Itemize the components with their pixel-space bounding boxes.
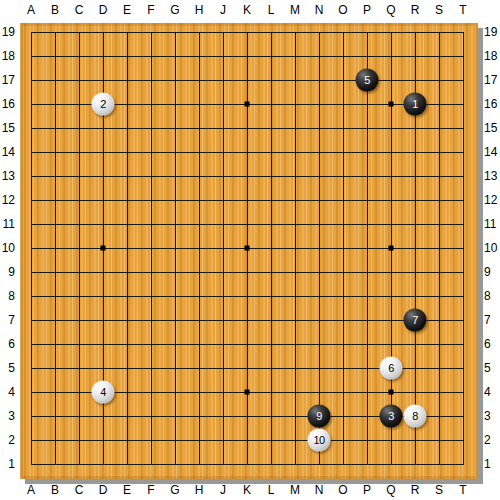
star-point-q4 (389, 390, 394, 395)
coord-label-bottom-r: R (405, 483, 425, 497)
coord-label-bottom-e: E (117, 483, 137, 497)
coord-label-bottom-s: S (429, 483, 449, 497)
coord-label-left-11: 11 (0, 217, 15, 231)
stone-number: 6 (388, 362, 394, 374)
coord-label-bottom-p: P (357, 483, 377, 497)
coord-label-bottom-f: F (141, 483, 161, 497)
coord-label-bottom-n: N (309, 483, 329, 497)
coord-label-top-p: P (357, 3, 377, 17)
coord-label-right-19: 19 (484, 25, 500, 39)
coord-label-left-12: 12 (0, 193, 15, 207)
coord-label-right-8: 8 (484, 289, 500, 303)
coord-label-top-q: Q (381, 3, 401, 17)
coord-label-top-e: E (117, 3, 137, 17)
coord-label-bottom-d: D (93, 483, 113, 497)
go-board: 12345678910 (20, 23, 478, 479)
coord-label-right-3: 3 (484, 409, 500, 423)
coord-label-right-1: 1 (484, 457, 500, 471)
coord-label-left-4: 4 (0, 385, 15, 399)
coord-label-bottom-q: Q (381, 483, 401, 497)
star-point-q16 (389, 102, 394, 107)
coord-label-bottom-b: B (45, 483, 65, 497)
coord-label-left-1: 1 (0, 457, 15, 471)
coord-label-top-k: K (237, 3, 257, 17)
coord-label-left-19: 19 (0, 25, 15, 39)
star-point-k4 (245, 390, 250, 395)
coord-label-top-r: R (405, 3, 425, 17)
stone-number: 7 (412, 314, 418, 326)
coord-label-bottom-h: H (189, 483, 209, 497)
stone-black-1: 1 (404, 93, 427, 116)
coord-label-top-g: G (165, 3, 185, 17)
coord-label-right-15: 15 (484, 121, 500, 135)
stone-number: 8 (412, 410, 418, 422)
coord-label-bottom-o: O (333, 483, 353, 497)
coord-label-left-9: 9 (0, 265, 15, 279)
coord-label-left-13: 13 (0, 169, 15, 183)
coord-label-bottom-l: L (261, 483, 281, 497)
stone-white-6: 6 (380, 357, 403, 380)
coord-label-left-7: 7 (0, 313, 15, 327)
grid-line-v (367, 32, 368, 465)
coord-label-right-6: 6 (484, 337, 500, 351)
coord-label-top-n: N (309, 3, 329, 17)
grid-line-h (31, 440, 464, 441)
coord-label-right-17: 17 (484, 73, 500, 87)
coord-label-top-f: F (141, 3, 161, 17)
coord-label-bottom-c: C (69, 483, 89, 497)
star-point-d10 (101, 246, 106, 251)
star-point-k10 (245, 246, 250, 251)
grid-line-h (31, 344, 464, 345)
grid-line-v (439, 32, 440, 465)
coord-label-top-a: A (21, 3, 41, 17)
coord-label-bottom-m: M (285, 483, 305, 497)
stone-number: 3 (388, 410, 394, 422)
star-point-q10 (389, 246, 394, 251)
coord-label-right-9: 9 (484, 265, 500, 279)
coord-label-top-o: O (333, 3, 353, 17)
coord-label-right-5: 5 (484, 361, 500, 375)
grid-line-v (295, 32, 296, 465)
coord-label-left-2: 2 (0, 433, 15, 447)
grid-line-v (271, 32, 272, 465)
grid-line-v (319, 32, 320, 465)
coord-label-top-s: S (429, 3, 449, 17)
coord-label-right-2: 2 (484, 433, 500, 447)
coord-label-top-b: B (45, 3, 65, 17)
star-point-k16 (245, 102, 250, 107)
stone-number: 10 (313, 434, 324, 446)
coord-label-left-3: 3 (0, 409, 15, 423)
coord-label-top-d: D (93, 3, 113, 17)
coord-label-bottom-t: T (453, 483, 473, 497)
grid-line-h (31, 296, 464, 297)
coord-label-top-t: T (453, 3, 473, 17)
stone-black-5: 5 (356, 69, 379, 92)
coord-label-top-m: M (285, 3, 305, 17)
stone-number: 1 (412, 98, 418, 110)
grid-line-v (343, 32, 344, 465)
coord-label-right-7: 7 (484, 313, 500, 327)
coord-label-bottom-g: G (165, 483, 185, 497)
coord-label-bottom-a: A (21, 483, 41, 497)
coord-label-right-4: 4 (484, 385, 500, 399)
coord-label-left-10: 10 (0, 241, 15, 255)
coord-label-left-15: 15 (0, 121, 15, 135)
stone-black-7: 7 (404, 309, 427, 332)
stone-white-2: 2 (92, 93, 115, 116)
coord-label-right-11: 11 (484, 217, 500, 231)
stone-number: 2 (100, 98, 106, 110)
grid-line-h (31, 320, 464, 321)
stone-white-10: 10 (308, 429, 331, 452)
coord-label-top-l: L (261, 3, 281, 17)
coord-label-bottom-k: K (237, 483, 257, 497)
stone-white-4: 4 (92, 381, 115, 404)
coord-label-top-c: C (69, 3, 89, 17)
coord-label-left-8: 8 (0, 289, 15, 303)
coord-label-right-10: 10 (484, 241, 500, 255)
coord-label-bottom-j: J (213, 483, 233, 497)
coord-label-right-13: 13 (484, 169, 500, 183)
coord-label-left-16: 16 (0, 97, 15, 111)
stone-number: 5 (364, 74, 370, 86)
coord-label-right-14: 14 (484, 145, 500, 159)
stone-black-9: 9 (308, 405, 331, 428)
coord-label-left-5: 5 (0, 361, 15, 375)
coord-label-left-17: 17 (0, 73, 15, 87)
coord-label-top-j: J (213, 3, 233, 17)
coord-label-top-h: H (189, 3, 209, 17)
coord-label-right-18: 18 (484, 49, 500, 63)
grid-line-v (463, 32, 464, 465)
stone-number: 9 (316, 410, 322, 422)
coord-label-left-14: 14 (0, 145, 15, 159)
coord-label-left-6: 6 (0, 337, 15, 351)
grid-line-h (31, 272, 464, 273)
grid-line-h (31, 464, 464, 465)
go-diagram: 12345678910 AABBCCDDEEFFGGHHJJKKLLMMNNOO… (0, 0, 500, 500)
coord-label-left-18: 18 (0, 49, 15, 63)
stone-black-3: 3 (380, 405, 403, 428)
stone-white-8: 8 (404, 405, 427, 428)
coord-label-right-12: 12 (484, 193, 500, 207)
stone-number: 4 (100, 386, 106, 398)
coord-label-right-16: 16 (484, 97, 500, 111)
